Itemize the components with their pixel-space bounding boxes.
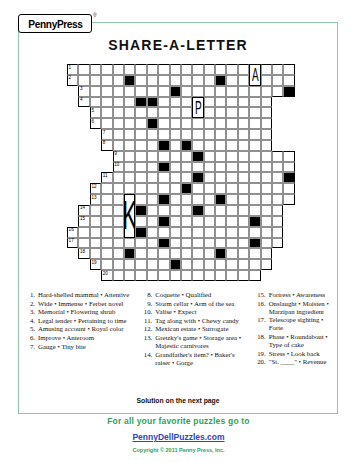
grid-cell[interactable] xyxy=(238,227,249,238)
grid-cell[interactable] xyxy=(147,151,158,162)
grid-cell[interactable] xyxy=(181,151,192,162)
grid-cell[interactable] xyxy=(135,140,146,151)
grid-cell[interactable] xyxy=(215,270,226,281)
grid-cell[interactable] xyxy=(192,227,203,238)
grid-cell[interactable] xyxy=(90,216,101,227)
grid-cell[interactable] xyxy=(147,64,158,75)
grid-cell[interactable]: 13 xyxy=(90,194,101,205)
grid-cell[interactable] xyxy=(170,140,181,151)
grid-cell[interactable]: 6 xyxy=(90,118,101,129)
grid-cell[interactable] xyxy=(147,194,158,205)
grid-cell[interactable] xyxy=(226,259,237,270)
grid-cell[interactable] xyxy=(101,248,112,259)
grid-cell[interactable] xyxy=(249,118,260,129)
grid-cell[interactable] xyxy=(272,172,283,183)
grid-cell[interactable] xyxy=(135,86,146,97)
grid-cell[interactable] xyxy=(101,238,112,249)
grid-cell[interactable] xyxy=(238,238,249,249)
grid-cell[interactable] xyxy=(261,227,272,238)
grid-cell[interactable] xyxy=(215,172,226,183)
grid-cell[interactable] xyxy=(226,270,237,281)
grid-cell[interactable] xyxy=(249,259,260,270)
grid-cell[interactable] xyxy=(238,270,249,281)
grid-cell[interactable] xyxy=(238,205,249,216)
grid-cell[interactable]: 17 xyxy=(67,238,78,249)
grid-cell[interactable] xyxy=(249,270,260,281)
grid-cell[interactable] xyxy=(226,172,237,183)
grid-cell[interactable] xyxy=(261,75,272,86)
grid-cell[interactable] xyxy=(238,140,249,151)
grid-cell[interactable] xyxy=(101,205,112,216)
grid-cell[interactable] xyxy=(226,107,237,118)
grid-cell[interactable] xyxy=(226,129,237,140)
grid-cell[interactable] xyxy=(238,259,249,270)
grid-cell[interactable] xyxy=(204,162,215,173)
grid-cell[interactable] xyxy=(249,107,260,118)
grid-cell[interactable] xyxy=(238,151,249,162)
grid-cell[interactable] xyxy=(147,205,158,216)
grid-cell[interactable] xyxy=(147,129,158,140)
grid-cell[interactable]: 12 xyxy=(90,183,101,194)
grid-cell[interactable] xyxy=(170,172,181,183)
grid-cell[interactable] xyxy=(113,270,124,281)
grid-cell[interactable] xyxy=(192,64,203,75)
grid-cell[interactable]: 19 xyxy=(90,259,101,270)
grid-cell[interactable]: 14 xyxy=(78,205,89,216)
grid-cell[interactable] xyxy=(261,238,272,249)
grid-cell[interactable] xyxy=(249,248,260,259)
grid-cell[interactable] xyxy=(283,183,294,194)
grid-cell[interactable] xyxy=(158,97,169,108)
grid-cell[interactable] xyxy=(135,183,146,194)
grid-cell[interactable] xyxy=(135,216,146,227)
grid-cell[interactable] xyxy=(113,75,124,86)
grid-cell[interactable] xyxy=(249,140,260,151)
grid-cell[interactable] xyxy=(215,86,226,97)
grid-cell[interactable] xyxy=(261,172,272,183)
grid-cell[interactable] xyxy=(147,86,158,97)
grid-cell[interactable] xyxy=(135,151,146,162)
grid-cell[interactable] xyxy=(215,183,226,194)
grid-cell[interactable] xyxy=(181,75,192,86)
grid-cell[interactable] xyxy=(261,86,272,97)
grid-cell[interactable] xyxy=(204,86,215,97)
grid-cell[interactable] xyxy=(215,151,226,162)
grid-cell[interactable] xyxy=(204,194,215,205)
grid-cell[interactable] xyxy=(226,248,237,259)
grid-cell[interactable] xyxy=(124,129,135,140)
grid-cell[interactable] xyxy=(158,205,169,216)
grid-cell[interactable] xyxy=(135,75,146,86)
grid-cell[interactable] xyxy=(261,259,272,270)
grid-cell[interactable] xyxy=(249,151,260,162)
grid-cell[interactable] xyxy=(170,216,181,227)
grid-cell[interactable] xyxy=(249,194,260,205)
grid-cell[interactable] xyxy=(283,75,294,86)
grid-cell[interactable] xyxy=(181,238,192,249)
grid-cell[interactable] xyxy=(226,118,237,129)
grid-cell[interactable] xyxy=(90,64,101,75)
grid-cell[interactable] xyxy=(204,172,215,183)
grid-cell[interactable] xyxy=(204,118,215,129)
grid-cell[interactable] xyxy=(181,162,192,173)
grid-cell[interactable] xyxy=(181,107,192,118)
grid-cell[interactable] xyxy=(238,75,249,86)
grid-cell[interactable] xyxy=(113,86,124,97)
grid-cell[interactable] xyxy=(135,107,146,118)
grid-cell[interactable] xyxy=(249,172,260,183)
grid-cell[interactable] xyxy=(272,227,283,238)
grid-cell[interactable] xyxy=(147,227,158,238)
grid-cell[interactable] xyxy=(204,227,215,238)
grid-cell[interactable] xyxy=(249,227,260,238)
grid-cell[interactable] xyxy=(283,194,294,205)
grid-cell[interactable] xyxy=(135,194,146,205)
grid-cell[interactable] xyxy=(101,107,112,118)
grid-cell[interactable] xyxy=(192,238,203,249)
grid-cell[interactable] xyxy=(204,238,215,249)
grid-cell[interactable] xyxy=(113,97,124,108)
pennydellpuzzles-link[interactable]: PennyDellPuzzles.com xyxy=(132,432,224,442)
grid-cell[interactable] xyxy=(113,183,124,194)
grid-cell[interactable] xyxy=(192,86,203,97)
grid-cell[interactable] xyxy=(272,216,283,227)
grid-cell[interactable] xyxy=(181,227,192,238)
grid-cell[interactable] xyxy=(90,248,101,259)
grid-cell[interactable] xyxy=(215,140,226,151)
grid-cell[interactable] xyxy=(181,216,192,227)
grid-cell[interactable] xyxy=(124,183,135,194)
grid-cell[interactable] xyxy=(192,270,203,281)
grid-cell[interactable] xyxy=(215,97,226,108)
grid-cell[interactable]: 18 xyxy=(78,248,89,259)
grid-cell[interactable]: 11 xyxy=(101,172,112,183)
grid-cell[interactable] xyxy=(113,129,124,140)
grid-cell[interactable] xyxy=(204,216,215,227)
grid-cell[interactable] xyxy=(272,86,283,97)
grid-cell[interactable] xyxy=(272,194,283,205)
grid-cell[interactable] xyxy=(170,194,181,205)
grid-cell[interactable] xyxy=(261,183,272,194)
grid-cell[interactable] xyxy=(147,216,158,227)
grid-cell[interactable] xyxy=(192,75,203,86)
grid-cell[interactable] xyxy=(101,118,112,129)
grid-cell[interactable] xyxy=(135,270,146,281)
grid-cell[interactable] xyxy=(158,129,169,140)
grid-cell[interactable] xyxy=(181,259,192,270)
grid-cell[interactable] xyxy=(101,75,112,86)
grid-cell[interactable] xyxy=(204,129,215,140)
grid-cell[interactable]: 7 xyxy=(101,129,112,140)
grid-cell[interactable] xyxy=(261,194,272,205)
grid-cell[interactable] xyxy=(261,162,272,173)
grid-cell[interactable] xyxy=(226,75,237,86)
grid-cell[interactable] xyxy=(204,270,215,281)
grid-cell[interactable] xyxy=(101,194,112,205)
grid-cell[interactable]: 20 xyxy=(101,270,112,281)
grid-cell[interactable] xyxy=(113,64,124,75)
grid-cell[interactable] xyxy=(170,162,181,173)
grid-cell[interactable] xyxy=(181,270,192,281)
grid-cell[interactable] xyxy=(238,248,249,259)
grid-cell[interactable] xyxy=(181,129,192,140)
grid-cell[interactable] xyxy=(158,259,169,270)
grid-cell[interactable] xyxy=(238,107,249,118)
grid-cell[interactable] xyxy=(249,183,260,194)
grid-cell[interactable] xyxy=(215,118,226,129)
grid-cell[interactable] xyxy=(113,259,124,270)
grid-cell[interactable] xyxy=(170,151,181,162)
grid-cell[interactable] xyxy=(135,118,146,129)
grid-cell[interactable] xyxy=(147,183,158,194)
grid-cell[interactable] xyxy=(204,97,215,108)
grid-cell[interactable] xyxy=(272,238,283,249)
grid-cell[interactable] xyxy=(147,248,158,259)
grid-cell[interactable] xyxy=(124,259,135,270)
grid-cell[interactable] xyxy=(135,248,146,259)
grid-cell[interactable] xyxy=(261,129,272,140)
grid-cell[interactable] xyxy=(226,151,237,162)
grid-cell[interactable]: 16 xyxy=(67,227,78,238)
grid-cell[interactable] xyxy=(249,86,260,97)
grid-cell[interactable] xyxy=(124,270,135,281)
grid-cell[interactable] xyxy=(101,183,112,194)
grid-cell[interactable] xyxy=(113,248,124,259)
grid-cell[interactable]: 2 xyxy=(67,75,78,86)
grid-cell[interactable] xyxy=(101,64,112,75)
grid-cell[interactable] xyxy=(226,205,237,216)
grid-cell[interactable] xyxy=(272,205,283,216)
grid-cell[interactable] xyxy=(170,118,181,129)
grid-cell[interactable] xyxy=(238,97,249,108)
grid-cell[interactable]: 8 xyxy=(101,140,112,151)
grid-cell[interactable] xyxy=(158,118,169,129)
grid-cell[interactable] xyxy=(147,270,158,281)
grid-cell[interactable] xyxy=(147,140,158,151)
grid-cell[interactable] xyxy=(170,205,181,216)
grid-cell[interactable] xyxy=(181,205,192,216)
grid-cell[interactable] xyxy=(158,86,169,97)
grid-cell[interactable] xyxy=(204,107,215,118)
grid-cell[interactable] xyxy=(170,183,181,194)
grid-cell[interactable] xyxy=(124,140,135,151)
grid-cell[interactable] xyxy=(226,97,237,108)
grid-cell[interactable] xyxy=(192,216,203,227)
grid-cell[interactable]: 15 xyxy=(78,216,89,227)
grid-cell[interactable] xyxy=(124,172,135,183)
grid-cell[interactable] xyxy=(204,183,215,194)
grid-cell[interactable] xyxy=(226,64,237,75)
grid-cell[interactable] xyxy=(283,64,294,75)
grid-cell[interactable] xyxy=(249,129,260,140)
grid-cell[interactable] xyxy=(226,227,237,238)
grid-cell[interactable] xyxy=(272,151,283,162)
grid-cell[interactable] xyxy=(226,216,237,227)
grid-cell[interactable] xyxy=(170,248,181,259)
grid-cell[interactable] xyxy=(101,97,112,108)
grid-cell[interactable] xyxy=(147,162,158,173)
grid-cell[interactable] xyxy=(249,162,260,173)
grid-cell[interactable] xyxy=(261,97,272,108)
grid-cell[interactable] xyxy=(158,227,169,238)
grid-cell[interactable] xyxy=(158,151,169,162)
grid-cell[interactable] xyxy=(215,259,226,270)
grid-cell[interactable] xyxy=(215,107,226,118)
grid-cell[interactable] xyxy=(170,227,181,238)
grid-cell[interactable] xyxy=(226,238,237,249)
grid-cell[interactable]: 4 xyxy=(78,97,89,108)
grid-cell[interactable] xyxy=(226,183,237,194)
grid-cell[interactable] xyxy=(170,107,181,118)
grid-cell[interactable] xyxy=(124,238,135,249)
grid-cell[interactable] xyxy=(238,172,249,183)
grid-cell[interactable] xyxy=(113,216,124,227)
grid-cell[interactable] xyxy=(215,238,226,249)
grid-cell[interactable] xyxy=(135,129,146,140)
grid-cell[interactable] xyxy=(124,151,135,162)
grid-cell[interactable] xyxy=(272,183,283,194)
grid-cell[interactable] xyxy=(158,75,169,86)
grid-cell[interactable] xyxy=(204,64,215,75)
grid-cell[interactable] xyxy=(101,216,112,227)
grid-cell[interactable] xyxy=(158,270,169,281)
grid-cell[interactable] xyxy=(90,238,101,249)
grid-cell[interactable] xyxy=(204,140,215,151)
grid-cell[interactable] xyxy=(158,172,169,183)
grid-cell[interactable] xyxy=(113,172,124,183)
grid-cell[interactable]: 10 xyxy=(113,162,124,173)
grid-cell[interactable] xyxy=(124,64,135,75)
grid-cell[interactable] xyxy=(261,118,272,129)
grid-cell[interactable] xyxy=(135,259,146,270)
grid-cell[interactable] xyxy=(113,238,124,249)
grid-cell[interactable] xyxy=(78,238,89,249)
grid-cell[interactable] xyxy=(113,227,124,238)
grid-cell[interactable] xyxy=(135,64,146,75)
grid-cell[interactable] xyxy=(261,216,272,227)
grid-cell[interactable] xyxy=(283,162,294,173)
grid-cell[interactable] xyxy=(226,162,237,173)
grid-cell[interactable] xyxy=(147,75,158,86)
grid-cell[interactable] xyxy=(261,140,272,151)
grid-cell[interactable] xyxy=(124,162,135,173)
grid-cell[interactable] xyxy=(101,259,112,270)
grid-cell[interactable] xyxy=(215,64,226,75)
grid-cell[interactable] xyxy=(215,205,226,216)
grid-cell[interactable] xyxy=(261,151,272,162)
grid-cell[interactable] xyxy=(238,64,249,75)
grid-cell[interactable] xyxy=(261,107,272,118)
grid-cell[interactable] xyxy=(238,129,249,140)
grid-cell[interactable] xyxy=(113,107,124,118)
grid-cell[interactable] xyxy=(238,183,249,194)
grid-cell[interactable] xyxy=(147,238,158,249)
grid-cell[interactable]: 3 xyxy=(78,86,89,97)
grid-cell[interactable] xyxy=(181,97,192,108)
grid-cell[interactable] xyxy=(113,205,124,216)
grid-cell[interactable] xyxy=(78,75,89,86)
grid-cell[interactable] xyxy=(261,205,272,216)
grid-cell[interactable] xyxy=(101,227,112,238)
grid-cell[interactable] xyxy=(249,205,260,216)
grid-cell[interactable] xyxy=(135,162,146,173)
grid-cell[interactable] xyxy=(113,118,124,129)
grid-cell[interactable] xyxy=(181,86,192,97)
grid-cell[interactable] xyxy=(215,129,226,140)
grid-cell[interactable] xyxy=(78,64,89,75)
grid-cell[interactable] xyxy=(90,227,101,238)
grid-cell[interactable] xyxy=(124,107,135,118)
grid-cell[interactable] xyxy=(192,259,203,270)
grid-cell[interactable] xyxy=(158,107,169,118)
grid-cell[interactable] xyxy=(170,270,181,281)
grid-cell[interactable] xyxy=(170,129,181,140)
grid-cell[interactable] xyxy=(181,64,192,75)
grid-cell[interactable] xyxy=(135,172,146,183)
grid-cell[interactable] xyxy=(204,248,215,259)
grid-cell[interactable] xyxy=(192,129,203,140)
grid-cell[interactable]: 1 xyxy=(67,64,78,75)
grid-cell[interactable] xyxy=(78,227,89,238)
grid-cell[interactable] xyxy=(204,151,215,162)
grid-cell[interactable] xyxy=(283,151,294,162)
grid-cell[interactable] xyxy=(226,86,237,97)
grid-cell[interactable] xyxy=(181,118,192,129)
grid-cell[interactable] xyxy=(261,64,272,75)
grid-cell[interactable] xyxy=(147,172,158,183)
grid-cell[interactable] xyxy=(192,248,203,259)
grid-cell[interactable] xyxy=(272,162,283,173)
grid-cell[interactable] xyxy=(238,194,249,205)
grid-cell[interactable] xyxy=(215,227,226,238)
grid-cell[interactable] xyxy=(238,162,249,173)
grid-cell[interactable] xyxy=(135,238,146,249)
grid-cell[interactable] xyxy=(192,183,203,194)
grid-cell[interactable] xyxy=(226,140,237,151)
grid-cell[interactable] xyxy=(272,75,283,86)
grid-cell[interactable] xyxy=(170,64,181,75)
grid-cell[interactable] xyxy=(158,64,169,75)
grid-cell[interactable] xyxy=(192,162,203,173)
grid-cell[interactable] xyxy=(158,183,169,194)
grid-cell[interactable]: 5 xyxy=(90,107,101,118)
grid-cell[interactable] xyxy=(204,75,215,86)
grid-cell[interactable] xyxy=(181,172,192,183)
grid-cell[interactable] xyxy=(124,86,135,97)
grid-cell[interactable] xyxy=(124,97,135,108)
grid-cell[interactable] xyxy=(192,140,203,151)
grid-cell[interactable] xyxy=(272,64,283,75)
grid-cell[interactable] xyxy=(170,238,181,249)
grid-cell[interactable] xyxy=(215,216,226,227)
grid-cell[interactable] xyxy=(215,162,226,173)
grid-cell[interactable] xyxy=(113,194,124,205)
grid-cell[interactable] xyxy=(261,248,272,259)
grid-cell[interactable] xyxy=(238,86,249,97)
grid-cell[interactable] xyxy=(238,118,249,129)
grid-cell[interactable] xyxy=(101,86,112,97)
grid-cell[interactable] xyxy=(90,75,101,86)
grid-cell[interactable] xyxy=(170,97,181,108)
grid-cell[interactable] xyxy=(113,140,124,151)
grid-cell[interactable] xyxy=(90,97,101,108)
grid-cell[interactable] xyxy=(226,194,237,205)
grid-cell[interactable] xyxy=(238,216,249,227)
grid-cell[interactable] xyxy=(147,107,158,118)
grid-cell[interactable] xyxy=(192,194,203,205)
grid-cell[interactable] xyxy=(204,259,215,270)
grid-cell[interactable]: 9 xyxy=(113,151,124,162)
